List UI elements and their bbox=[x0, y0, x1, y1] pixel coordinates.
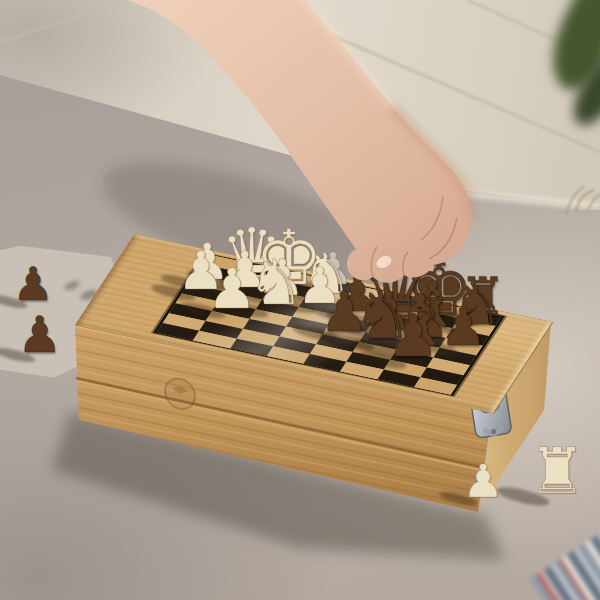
piece-white-pawn-b4[interactable]: ♟ bbox=[204, 261, 260, 317]
piece-black-pawn[interactable]: ♟ bbox=[15, 310, 65, 360]
piece-white-pawn[interactable]: ♟ bbox=[460, 458, 506, 504]
piece-white-rook[interactable]: ♜ bbox=[525, 439, 589, 503]
scene: ♟♛♚♞♟♟♟♟♟♞♟♜♚♞♟♛♝♟♟♟♟♞♝♟♟♟♟♟♜ bbox=[0, 0, 600, 600]
held-piece-white-pawn[interactable]: ♟ bbox=[375, 227, 425, 277]
piece-black-pawn-g3[interactable]: ♟ bbox=[384, 307, 443, 366]
piece-black-pawn[interactable]: ♟ bbox=[10, 261, 56, 307]
